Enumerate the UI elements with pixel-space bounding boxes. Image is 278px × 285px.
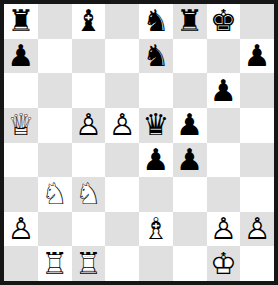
square-a5[interactable]: ♛♕ (4, 108, 38, 143)
square-e2[interactable]: ♝♗ (139, 212, 173, 247)
square-g6[interactable]: ♟ (207, 73, 241, 108)
square-a7[interactable]: ♟ (4, 39, 38, 74)
square-h1[interactable] (240, 246, 274, 281)
square-a6[interactable] (4, 73, 38, 108)
black-knight-icon: ♞ (142, 6, 169, 36)
square-h3[interactable] (240, 177, 274, 212)
square-d2[interactable] (105, 212, 139, 247)
white-rook-icon: ♜♖ (75, 249, 102, 279)
white-bishop-icon: ♝♗ (142, 214, 169, 244)
square-b5[interactable] (38, 108, 72, 143)
square-b3[interactable]: ♞♘ (38, 177, 72, 212)
square-g7[interactable] (207, 39, 241, 74)
white-piece-outline: ♖ (41, 246, 68, 280)
black-pawn-icon: ♟ (244, 41, 271, 71)
black-queen-icon: ♛ (142, 110, 169, 140)
white-king-icon: ♚♔ (210, 249, 237, 279)
square-h6[interactable] (240, 73, 274, 108)
white-piece-outline: ♔ (210, 246, 237, 280)
square-a8[interactable]: ♜ (4, 4, 38, 39)
square-c1[interactable]: ♜♖ (72, 246, 106, 281)
square-d8[interactable] (105, 4, 139, 39)
square-b2[interactable] (38, 212, 72, 247)
square-a2[interactable]: ♟♙ (4, 212, 38, 247)
square-b1[interactable]: ♜♖ (38, 246, 72, 281)
square-c4[interactable] (72, 143, 106, 178)
square-c5[interactable]: ♟♙ (72, 108, 106, 143)
square-c6[interactable] (72, 73, 106, 108)
square-e8[interactable]: ♞ (139, 4, 173, 39)
square-c3[interactable]: ♞♘ (72, 177, 106, 212)
white-pawn-icon: ♟♙ (109, 110, 136, 140)
black-pawn-icon: ♟ (210, 76, 237, 106)
square-g8[interactable]: ♚ (207, 4, 241, 39)
black-knight-icon: ♞ (142, 41, 169, 71)
square-b6[interactable] (38, 73, 72, 108)
square-h7[interactable]: ♟ (240, 39, 274, 74)
square-e1[interactable] (139, 246, 173, 281)
white-piece-outline: ♕ (7, 108, 34, 142)
white-pawn-icon: ♟♙ (244, 214, 271, 244)
white-knight-icon: ♞♘ (75, 179, 102, 209)
square-d4[interactable] (105, 143, 139, 178)
black-pawn-icon: ♟ (176, 145, 203, 175)
square-f1[interactable] (173, 246, 207, 281)
square-a1[interactable] (4, 246, 38, 281)
square-h4[interactable] (240, 143, 274, 178)
white-piece-outline: ♖ (75, 246, 102, 280)
square-a4[interactable] (4, 143, 38, 178)
chess-diagram: ♜♝♞♜♚♟♞♟♟♛♕♟♙♟♙♛♟♟♟♞♘♞♘♟♙♝♗♟♙♟♙♜♖♜♖♚♔ (0, 0, 278, 285)
square-f7[interactable] (173, 39, 207, 74)
square-g2[interactable]: ♟♙ (207, 212, 241, 247)
square-h5[interactable] (240, 108, 274, 143)
square-d6[interactable] (105, 73, 139, 108)
black-king-icon: ♚ (210, 6, 237, 36)
square-f2[interactable] (173, 212, 207, 247)
black-pawn-icon: ♟ (142, 145, 169, 175)
black-rook-icon: ♜ (7, 6, 34, 36)
square-f8[interactable]: ♜ (173, 4, 207, 39)
square-g5[interactable] (207, 108, 241, 143)
square-d7[interactable] (105, 39, 139, 74)
square-b4[interactable] (38, 143, 72, 178)
white-piece-outline: ♘ (75, 177, 102, 211)
square-d5[interactable]: ♟♙ (105, 108, 139, 143)
white-queen-icon: ♛♕ (7, 110, 34, 140)
square-h8[interactable] (240, 4, 274, 39)
white-piece-outline: ♗ (142, 212, 169, 246)
square-b7[interactable] (38, 39, 72, 74)
square-e3[interactable] (139, 177, 173, 212)
white-pawn-icon: ♟♙ (75, 110, 102, 140)
square-a3[interactable] (4, 177, 38, 212)
square-d1[interactable] (105, 246, 139, 281)
white-piece-outline: ♙ (75, 108, 102, 142)
square-d3[interactable] (105, 177, 139, 212)
square-e6[interactable] (139, 73, 173, 108)
square-c7[interactable] (72, 39, 106, 74)
square-b8[interactable] (38, 4, 72, 39)
white-pawn-icon: ♟♙ (210, 214, 237, 244)
square-e5[interactable]: ♛ (139, 108, 173, 143)
square-e4[interactable]: ♟ (139, 143, 173, 178)
white-piece-outline: ♙ (210, 212, 237, 246)
square-e7[interactable]: ♞ (139, 39, 173, 74)
square-f4[interactable]: ♟ (173, 143, 207, 178)
square-g1[interactable]: ♚♔ (207, 246, 241, 281)
square-c2[interactable] (72, 212, 106, 247)
white-knight-icon: ♞♘ (41, 179, 68, 209)
white-piece-outline: ♘ (41, 177, 68, 211)
black-bishop-icon: ♝ (75, 6, 102, 36)
white-pawn-icon: ♟♙ (7, 214, 34, 244)
chess-board: ♜♝♞♜♚♟♞♟♟♛♕♟♙♟♙♛♟♟♟♞♘♞♘♟♙♝♗♟♙♟♙♜♖♜♖♚♔ (0, 0, 278, 285)
white-piece-outline: ♙ (109, 108, 136, 142)
black-rook-icon: ♜ (176, 6, 203, 36)
black-pawn-icon: ♟ (176, 110, 203, 140)
square-c8[interactable]: ♝ (72, 4, 106, 39)
white-rook-icon: ♜♖ (41, 249, 68, 279)
square-g3[interactable] (207, 177, 241, 212)
square-f3[interactable] (173, 177, 207, 212)
square-g4[interactable] (207, 143, 241, 178)
black-pawn-icon: ♟ (7, 41, 34, 71)
square-h2[interactable]: ♟♙ (240, 212, 274, 247)
white-piece-outline: ♙ (7, 212, 34, 246)
square-f5[interactable]: ♟ (173, 108, 207, 143)
white-piece-outline: ♙ (244, 212, 271, 246)
square-f6[interactable] (173, 73, 207, 108)
